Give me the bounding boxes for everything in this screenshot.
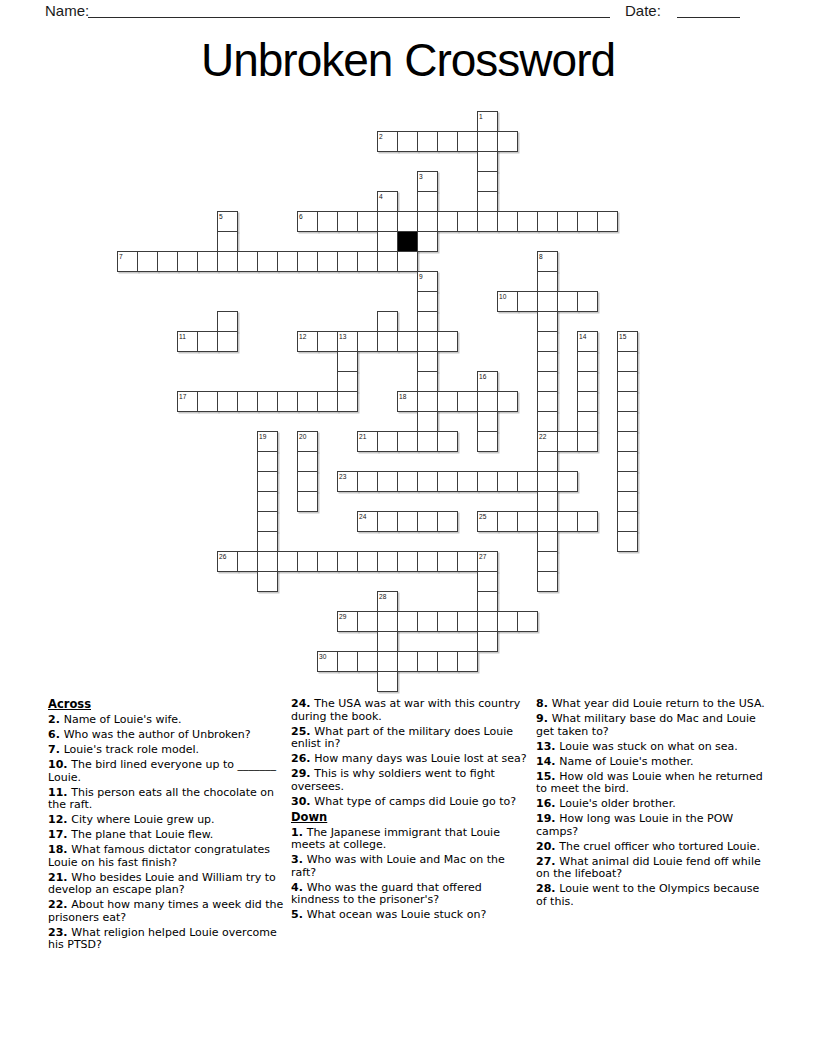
grid-cell-r7c6[interactable] xyxy=(237,251,258,272)
grid-cell-r19c25[interactable] xyxy=(617,491,638,512)
grid-cell-r20c18[interactable] xyxy=(477,511,498,532)
clue-23: 23. What religion helped Louie overcome … xyxy=(48,927,285,952)
grid-cell-r14c17[interactable] xyxy=(457,391,478,412)
grid-cell-r1c16[interactable] xyxy=(437,131,458,152)
grid-cell-r25c18[interactable] xyxy=(477,611,498,632)
grid-cell-r22c8[interactable] xyxy=(277,551,298,572)
grid-cell-r5c10[interactable] xyxy=(317,211,338,232)
clue-30: 30. What type of camps did Louie go to? xyxy=(291,796,530,809)
grid-cell-r21c25[interactable] xyxy=(617,531,638,552)
grid-cell-r11c3[interactable] xyxy=(177,331,198,352)
grid-cell-r5c15[interactable] xyxy=(417,211,438,232)
grid-cell-r27c13[interactable] xyxy=(377,651,398,672)
grid-cell-r25c12[interactable] xyxy=(357,611,378,632)
grid-cell-r14c10[interactable] xyxy=(317,391,338,412)
grid-cell-r15c23[interactable] xyxy=(577,411,598,432)
grid-cell-r18c11[interactable] xyxy=(337,471,358,492)
grid-cell-r14c16[interactable] xyxy=(437,391,458,412)
grid-cell-r11c21[interactable] xyxy=(537,331,558,352)
grid-cell-r18c14[interactable] xyxy=(397,471,418,492)
grid-cell-r10c13[interactable] xyxy=(377,311,398,332)
grid-cell-r23c7[interactable] xyxy=(257,571,278,592)
grid-cell-r5c13[interactable] xyxy=(377,211,398,232)
grid-cell-r11c14[interactable] xyxy=(397,331,418,352)
grid-cell-r20c12[interactable] xyxy=(357,511,378,532)
grid-cell-r5c9[interactable] xyxy=(297,211,318,232)
grid-cell-r25c11[interactable] xyxy=(337,611,358,632)
grid-cell-r25c19[interactable] xyxy=(497,611,518,632)
grid-cell-r5c16[interactable] xyxy=(437,211,458,232)
grid-cell-r9c21[interactable] xyxy=(537,291,558,312)
grid-cell-r11c13[interactable] xyxy=(377,331,398,352)
grid-cell-r22c15[interactable] xyxy=(417,551,438,572)
grid-cell-r16c13[interactable] xyxy=(377,431,398,452)
grid-cell-r16c14[interactable] xyxy=(397,431,418,452)
grid-cell-r7c1[interactable] xyxy=(137,251,158,272)
grid-cell-r20c7[interactable] xyxy=(257,511,278,532)
grid-cell-r25c14[interactable] xyxy=(397,611,418,632)
grid-cell-r14c14[interactable] xyxy=(397,391,418,412)
grid-cell-r16c12[interactable] xyxy=(357,431,378,452)
grid-cell-r13c23[interactable] xyxy=(577,371,598,392)
grid-cell-r1c14[interactable] xyxy=(397,131,418,152)
grid-cell-r10c15[interactable] xyxy=(417,311,438,332)
grid-cell-r27c16[interactable] xyxy=(437,651,458,672)
grid-cell-r5c12[interactable] xyxy=(357,211,378,232)
grid-cell-r22c13[interactable] xyxy=(377,551,398,572)
grid-cell-r7c8[interactable] xyxy=(277,251,298,272)
grid-cell-r13c15[interactable] xyxy=(417,371,438,392)
grid-cell-r18c20[interactable] xyxy=(517,471,538,492)
grid-cell-r22c11[interactable] xyxy=(337,551,358,572)
grid-cell-r12c25[interactable] xyxy=(617,351,638,372)
grid-cell-r22c21[interactable] xyxy=(537,551,558,572)
grid-cell-r7c2[interactable] xyxy=(157,251,178,272)
grid-cell-r15c15[interactable] xyxy=(417,411,438,432)
clue-16: 16. Louie's older brother. xyxy=(536,798,772,811)
grid-cell-r19c7[interactable] xyxy=(257,491,278,512)
clue-19: 19. How long was Louie in the POW camps? xyxy=(536,813,772,838)
grid-cell-r1c19[interactable] xyxy=(497,131,518,152)
grid-cell-r22c10[interactable] xyxy=(317,551,338,572)
grid-cell-r23c18[interactable] xyxy=(477,571,498,592)
grid-cell-r5c21[interactable] xyxy=(537,211,558,232)
grid-cell-r17c9[interactable] xyxy=(297,451,318,472)
grid-cell-r7c7[interactable] xyxy=(257,251,278,272)
grid-cell-r1c18[interactable] xyxy=(477,131,498,152)
grid-cell-r22c16[interactable] xyxy=(437,551,458,572)
grid-cell-r14c5[interactable] xyxy=(217,391,238,412)
grid-cell-r21c21[interactable] xyxy=(537,531,558,552)
grid-cell-r24c13[interactable] xyxy=(377,591,398,612)
grid-cell-r27c10[interactable] xyxy=(317,651,338,672)
clue-25: 25. What part of the military does Louie… xyxy=(291,726,530,751)
grid-cell-r8c15[interactable] xyxy=(417,271,438,292)
grid-cell-r27c14[interactable] xyxy=(397,651,418,672)
grid-cell-r22c18[interactable] xyxy=(477,551,498,572)
grid-cell-r16c21[interactable] xyxy=(537,431,558,452)
grid-cell-r11c25[interactable] xyxy=(617,331,638,352)
name-input-line[interactable] xyxy=(88,1,610,18)
grid-cell-r7c0[interactable] xyxy=(117,251,138,272)
grid-cell-r22c12[interactable] xyxy=(357,551,378,572)
grid-cell-r11c12[interactable] xyxy=(357,331,378,352)
grid-cell-r24c18[interactable] xyxy=(477,591,498,612)
puzzle-title: Unbroken Crossword xyxy=(0,33,816,87)
grid-cell-r22c14[interactable] xyxy=(397,551,418,572)
grid-cell-r11c4[interactable] xyxy=(197,331,218,352)
clue-7: 7. Louie's track role model. xyxy=(48,744,285,757)
grid-cell-r20c25[interactable] xyxy=(617,511,638,532)
grid-cell-r11c9[interactable] xyxy=(297,331,318,352)
clue-28: 28. Louie went to the Olympics because o… xyxy=(536,883,772,908)
grid-cell-r14c15[interactable] xyxy=(417,391,438,412)
grid-cell-r18c12[interactable] xyxy=(357,471,378,492)
grid-cell-r5c5[interactable] xyxy=(217,211,238,232)
grid-cell-r15c21[interactable] xyxy=(537,411,558,432)
clue-1: 1. The Japanese immigrant that Louie mee… xyxy=(291,827,530,852)
clue-11: 11. This person eats all the chocolate o… xyxy=(48,787,285,812)
grid-cell-r18c18[interactable] xyxy=(477,471,498,492)
grid-cell-r1c15[interactable] xyxy=(417,131,438,152)
grid-cell-r20c22[interactable] xyxy=(557,511,578,532)
grid-cell-r7c9[interactable] xyxy=(297,251,318,272)
grid-cell-r23c21[interactable] xyxy=(537,571,558,592)
grid-cell-r14c4[interactable] xyxy=(197,391,218,412)
grid-cell-r9c22[interactable] xyxy=(557,291,578,312)
grid-cell-r16c25[interactable] xyxy=(617,431,638,452)
grid-cell-r15c18[interactable] xyxy=(477,411,498,432)
clue-3: 3. Who was with Louie and Mac on the raf… xyxy=(291,854,530,879)
grid-cell-r18c21[interactable] xyxy=(537,471,558,492)
grid-cell-r22c6[interactable] xyxy=(237,551,258,572)
grid-cell-r18c25[interactable] xyxy=(617,471,638,492)
grid-cell-r9c19[interactable] xyxy=(497,291,518,312)
grid-cell-r14c7[interactable] xyxy=(257,391,278,412)
grid-cell-r6c5[interactable] xyxy=(217,231,238,252)
grid-cell-r18c22[interactable] xyxy=(557,471,578,492)
grid-cell-r5c20[interactable] xyxy=(517,211,538,232)
grid-cell-r20c19[interactable] xyxy=(497,511,518,532)
grid-cell-r7c14[interactable] xyxy=(397,251,418,272)
grid-cell-r18c17[interactable] xyxy=(457,471,478,492)
clue-4: 4. Who was the guard that offered kindne… xyxy=(291,882,530,907)
clue-18: 18. What famous dictator congratulates L… xyxy=(48,844,285,869)
grid-cell-r14c19[interactable] xyxy=(497,391,518,412)
clue-5: 5. What ocean was Louie stuck on? xyxy=(291,909,530,922)
grid-cell-r13c11[interactable] xyxy=(337,371,358,392)
clue-17: 17. The plane that Louie flew. xyxy=(48,829,285,842)
grid-cell-r20c14[interactable] xyxy=(397,511,418,532)
grid-cell-r0c18[interactable] xyxy=(477,111,498,132)
grid-cell-r5c17[interactable] xyxy=(457,211,478,232)
grid-cell-r8c21[interactable] xyxy=(537,271,558,292)
clue-column-across: Across2. Name of Louie's wife.6. Who was… xyxy=(48,698,285,954)
grid-cell-r25c13[interactable] xyxy=(377,611,398,632)
grid-cell-r13c25[interactable] xyxy=(617,371,638,392)
grid-cell-r13c21[interactable] xyxy=(537,371,558,392)
grid-cell-r3c18[interactable] xyxy=(477,171,498,192)
grid-cell-r27c15[interactable] xyxy=(417,651,438,672)
grid-cell-r7c21[interactable] xyxy=(537,251,558,272)
grid-cell-r10c5[interactable] xyxy=(217,311,238,332)
grid-cell-r11c5[interactable] xyxy=(217,331,238,352)
grid-cell-r25c17[interactable] xyxy=(457,611,478,632)
grid-cell-r5c22[interactable] xyxy=(557,211,578,232)
clue-9: 9. What military base do Mac and Louie g… xyxy=(536,713,772,738)
grid-cell-r17c7[interactable] xyxy=(257,451,278,472)
grid-cell-r2c18[interactable] xyxy=(477,151,498,172)
grid-cell-r20c21[interactable] xyxy=(537,511,558,532)
clue-15: 15. How old was Louie when he returned t… xyxy=(536,771,772,796)
clue-20: 20. The cruel officer who tortured Louie… xyxy=(536,841,772,854)
clue-column-middle: 24. The USA was at war with this country… xyxy=(291,698,530,924)
grid-cell-r20c13[interactable] xyxy=(377,511,398,532)
grid-cell-r11c10[interactable] xyxy=(317,331,338,352)
grid-cell-r11c15[interactable] xyxy=(417,331,438,352)
grid-cell-r22c5[interactable] xyxy=(217,551,238,572)
grid-cell-r14c3[interactable] xyxy=(177,391,198,412)
grid-cell-r18c13[interactable] xyxy=(377,471,398,492)
clue-12: 12. City where Louie grew up. xyxy=(48,814,285,827)
grid-cell-r4c18[interactable] xyxy=(477,191,498,212)
grid-cell-r1c13[interactable] xyxy=(377,131,398,152)
grid-cell-r15c25[interactable] xyxy=(617,411,638,432)
grid-cell-r14c25[interactable] xyxy=(617,391,638,412)
grid-cell-r22c7[interactable] xyxy=(257,551,278,572)
grid-cell-r5c23[interactable] xyxy=(577,211,598,232)
grid-cell-r7c10[interactable] xyxy=(317,251,338,272)
grid-cell-r12c15[interactable] xyxy=(417,351,438,372)
grid-cell-r18c15[interactable] xyxy=(417,471,438,492)
clue-13: 13. Louie was stuck on what on sea. xyxy=(536,741,772,754)
clue-24: 24. The USA was at war with this country… xyxy=(291,698,530,723)
crossword-grid: 2671011121718212223242526293013458913141… xyxy=(117,111,639,693)
grid-cell-r20c16[interactable] xyxy=(437,511,458,532)
clues-heading-across: Across xyxy=(48,698,285,711)
clue-6: 6. Who was the author of Unbroken? xyxy=(48,729,285,742)
grid-cell-r6c15[interactable] xyxy=(417,231,438,252)
grid-cell-r14c8[interactable] xyxy=(277,391,298,412)
clue-22: 22. About how many times a week did the … xyxy=(48,899,285,924)
grid-cell-r5c19[interactable] xyxy=(497,211,518,232)
grid-cell-r7c12[interactable] xyxy=(357,251,378,272)
clue-column-down: 8. What year did Louie return to the USA… xyxy=(536,698,772,911)
grid-cell-r27c12[interactable] xyxy=(357,651,378,672)
clue-2: 2. Name of Louie's wife. xyxy=(48,714,285,727)
grid-cell-r28c13[interactable] xyxy=(377,671,398,692)
grid-cell-r25c20[interactable] xyxy=(517,611,538,632)
grid-cell-r1c17[interactable] xyxy=(457,131,478,152)
name-label: Name: xyxy=(45,2,89,19)
black-cell xyxy=(397,231,418,252)
grid-cell-r7c4[interactable] xyxy=(197,251,218,272)
grid-cell-r21c7[interactable] xyxy=(257,531,278,552)
grid-cell-r14c9[interactable] xyxy=(297,391,318,412)
grid-cell-r5c14[interactable] xyxy=(397,211,418,232)
grid-cell-r20c23[interactable] xyxy=(577,511,598,532)
grid-cell-r14c11[interactable] xyxy=(337,391,358,412)
grid-cell-r18c16[interactable] xyxy=(437,471,458,492)
grid-cell-r5c11[interactable] xyxy=(337,211,358,232)
grid-cell-r26c13[interactable] xyxy=(377,631,398,652)
grid-cell-r7c5[interactable] xyxy=(217,251,238,272)
grid-cell-r16c22[interactable] xyxy=(557,431,578,452)
date-input-line[interactable] xyxy=(677,1,740,18)
grid-cell-r14c23[interactable] xyxy=(577,391,598,412)
grid-cell-r26c18[interactable] xyxy=(477,631,498,652)
grid-cell-r19c21[interactable] xyxy=(537,491,558,512)
grid-cell-r16c18[interactable] xyxy=(477,431,498,452)
grid-cell-r18c19[interactable] xyxy=(497,471,518,492)
grid-cell-r18c9[interactable] xyxy=(297,471,318,492)
clue-29: 29. This is why soldiers went to fight o… xyxy=(291,768,530,793)
clue-27: 27. What animal did Louie fend off while… xyxy=(536,856,772,881)
grid-cell-r11c16[interactable] xyxy=(437,331,458,352)
grid-cell-r25c16[interactable] xyxy=(437,611,458,632)
grid-cell-r14c18[interactable] xyxy=(477,391,498,412)
grid-cell-r4c13[interactable] xyxy=(377,191,398,212)
grid-cell-r20c15[interactable] xyxy=(417,511,438,532)
grid-cell-r16c9[interactable] xyxy=(297,431,318,452)
grid-cell-r12c21[interactable] xyxy=(537,351,558,372)
clue-21: 21. Who besides Louie and William try to… xyxy=(48,872,285,897)
grid-cell-r9c20[interactable] xyxy=(517,291,538,312)
grid-cell-r17c21[interactable] xyxy=(537,451,558,472)
grid-cell-r25c15[interactable] xyxy=(417,611,438,632)
date-label: Date: xyxy=(625,2,661,19)
grid-cell-r5c24[interactable] xyxy=(597,211,618,232)
grid-cell-r18c7[interactable] xyxy=(257,471,278,492)
grid-cell-r9c23[interactable] xyxy=(577,291,598,312)
grid-cell-r14c21[interactable] xyxy=(537,391,558,412)
grid-cell-r27c17[interactable] xyxy=(457,651,478,672)
grid-cell-r20c20[interactable] xyxy=(517,511,538,532)
grid-cell-r7c11[interactable] xyxy=(337,251,358,272)
grid-cell-r27c11[interactable] xyxy=(337,651,358,672)
grid-cell-r12c11[interactable] xyxy=(337,351,358,372)
grid-cell-r6c13[interactable] xyxy=(377,231,398,252)
grid-cell-r10c21[interactable] xyxy=(537,311,558,332)
clue-26: 26. How many days was Louie lost at sea? xyxy=(291,753,530,766)
clues-heading-down: Down xyxy=(291,811,530,824)
grid-cell-r16c23[interactable] xyxy=(577,431,598,452)
crossword-worksheet: Name: Date: Unbroken Crossword 267101112… xyxy=(0,0,816,1056)
grid-cell-r3c15[interactable] xyxy=(417,171,438,192)
grid-cell-r22c17[interactable] xyxy=(457,551,478,572)
grid-cell-r13c18[interactable] xyxy=(477,371,498,392)
grid-cell-r12c23[interactable] xyxy=(577,351,598,372)
grid-cell-r17c25[interactable] xyxy=(617,451,638,472)
grid-cell-r5c18[interactable] xyxy=(477,211,498,232)
grid-cell-r7c3[interactable] xyxy=(177,251,198,272)
grid-cell-r16c16[interactable] xyxy=(437,431,458,452)
grid-cell-r14c6[interactable] xyxy=(237,391,258,412)
grid-cell-r22c9[interactable] xyxy=(297,551,318,572)
grid-cell-r9c15[interactable] xyxy=(417,291,438,312)
clue-14: 14. Name of Louie's mother. xyxy=(536,756,772,769)
grid-cell-r4c15[interactable] xyxy=(417,191,438,212)
grid-cell-r16c7[interactable] xyxy=(257,431,278,452)
grid-cell-r11c11[interactable] xyxy=(337,331,358,352)
grid-cell-r19c9[interactable] xyxy=(297,491,318,512)
grid-cell-r11c23[interactable] xyxy=(577,331,598,352)
clue-8: 8. What year did Louie return to the USA… xyxy=(536,698,772,711)
grid-cell-r7c13[interactable] xyxy=(377,251,398,272)
clue-10: 10. The bird lined everyone up to ______… xyxy=(48,759,285,784)
grid-cell-r16c15[interactable] xyxy=(417,431,438,452)
